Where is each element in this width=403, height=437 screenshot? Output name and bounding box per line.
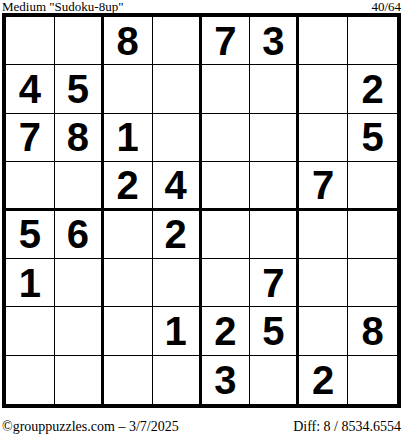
- cell-r4c2[interactable]: [55, 162, 104, 210]
- cell-r4c4-given[interactable]: 4: [153, 162, 202, 210]
- cell-r6c4[interactable]: [153, 259, 202, 307]
- cell-r2c5[interactable]: [202, 65, 251, 113]
- cell-r1c2[interactable]: [55, 17, 104, 65]
- cell-r2c2-given[interactable]: 5: [55, 65, 104, 113]
- puzzle-title: Medium "Sudoku-8up": [2, 0, 123, 13]
- cell-r6c3[interactable]: [104, 259, 153, 307]
- cell-r8c7-given[interactable]: 2: [299, 356, 348, 404]
- cell-r1c5-given[interactable]: 7: [202, 17, 251, 65]
- cell-r1c6-given[interactable]: 3: [250, 17, 299, 65]
- puzzle-page: Medium "Sudoku-8up" 40/64 87345278152475…: [0, 0, 403, 437]
- cell-r5c1-given[interactable]: 5: [6, 211, 55, 259]
- cell-r5c7[interactable]: [299, 211, 348, 259]
- cell-r5c8[interactable]: [348, 211, 397, 259]
- header: Medium "Sudoku-8up" 40/64: [2, 0, 401, 13]
- cell-r3c5[interactable]: [202, 114, 251, 162]
- cell-r4c1[interactable]: [6, 162, 55, 210]
- cell-r3c2-given[interactable]: 8: [55, 114, 104, 162]
- cell-r4c5[interactable]: [202, 162, 251, 210]
- cell-r7c6-given[interactable]: 5: [250, 307, 299, 355]
- cell-r7c7[interactable]: [299, 307, 348, 355]
- cell-r6c2[interactable]: [55, 259, 104, 307]
- cell-r4c7-given[interactable]: 7: [299, 162, 348, 210]
- cell-r5c4-given[interactable]: 2: [153, 211, 202, 259]
- cell-r8c4[interactable]: [153, 356, 202, 404]
- cell-r8c2[interactable]: [55, 356, 104, 404]
- cell-r6c7[interactable]: [299, 259, 348, 307]
- cell-r2c1-given[interactable]: 4: [6, 65, 55, 113]
- cell-r6c1-given[interactable]: 1: [6, 259, 55, 307]
- cell-r6c8[interactable]: [348, 259, 397, 307]
- cell-r4c6[interactable]: [250, 162, 299, 210]
- cell-r8c1[interactable]: [6, 356, 55, 404]
- difficulty-text: Diff: 8 / 8534.6554: [293, 419, 401, 435]
- cell-r7c2[interactable]: [55, 307, 104, 355]
- cell-r7c5-given[interactable]: 2: [202, 307, 251, 355]
- cell-r8c8[interactable]: [348, 356, 397, 404]
- cell-r8c6[interactable]: [250, 356, 299, 404]
- cell-r2c4[interactable]: [153, 65, 202, 113]
- cell-r1c7[interactable]: [299, 17, 348, 65]
- cell-r2c6[interactable]: [250, 65, 299, 113]
- cell-r5c2-given[interactable]: 6: [55, 211, 104, 259]
- cell-r8c3[interactable]: [104, 356, 153, 404]
- cell-r5c6[interactable]: [250, 211, 299, 259]
- cell-r3c3-given[interactable]: 1: [104, 114, 153, 162]
- cell-r1c4[interactable]: [153, 17, 202, 65]
- cell-r1c8[interactable]: [348, 17, 397, 65]
- cell-r2c8-given[interactable]: 2: [348, 65, 397, 113]
- cell-r6c5[interactable]: [202, 259, 251, 307]
- cell-r1c1[interactable]: [6, 17, 55, 65]
- cell-r4c3-given[interactable]: 2: [104, 162, 153, 210]
- cell-r6c6-given[interactable]: 7: [250, 259, 299, 307]
- cell-r3c6[interactable]: [250, 114, 299, 162]
- cell-r2c3[interactable]: [104, 65, 153, 113]
- cell-r3c1-given[interactable]: 7: [6, 114, 55, 162]
- cell-r5c5[interactable]: [202, 211, 251, 259]
- cell-r7c1[interactable]: [6, 307, 55, 355]
- copyright-text: ©grouppuzzles.com – 3/7/2025: [2, 419, 179, 435]
- cell-r8c5-given[interactable]: 3: [202, 356, 251, 404]
- cell-r3c8-given[interactable]: 5: [348, 114, 397, 162]
- cell-r3c4[interactable]: [153, 114, 202, 162]
- cell-r7c4-given[interactable]: 1: [153, 307, 202, 355]
- cell-r5c3[interactable]: [104, 211, 153, 259]
- cell-r3c7[interactable]: [299, 114, 348, 162]
- footer: ©grouppuzzles.com – 3/7/2025 Diff: 8 / 8…: [2, 419, 401, 435]
- sudoku-board: 873452781524756217125832: [2, 13, 401, 408]
- cell-r1c3-given[interactable]: 8: [104, 17, 153, 65]
- cell-r7c8-given[interactable]: 8: [348, 307, 397, 355]
- cell-r2c7[interactable]: [299, 65, 348, 113]
- cell-r4c8[interactable]: [348, 162, 397, 210]
- empty-cell-counter: 40/64: [371, 0, 401, 13]
- cell-r7c3[interactable]: [104, 307, 153, 355]
